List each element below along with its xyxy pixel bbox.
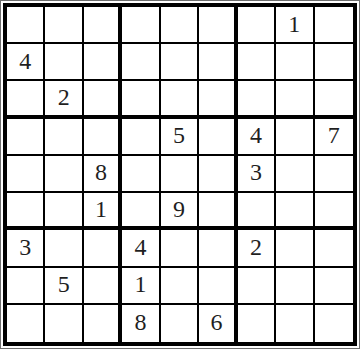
cell-r1c7[interactable] bbox=[238, 7, 276, 44]
cell-r8c9[interactable] bbox=[315, 268, 353, 305]
cell-r3c8[interactable] bbox=[276, 81, 314, 118]
cell-r2c7[interactable] bbox=[238, 44, 276, 81]
cell-r2c4[interactable] bbox=[122, 44, 160, 81]
cell-r6c2[interactable] bbox=[45, 193, 83, 230]
cell-r6c7[interactable] bbox=[238, 193, 276, 230]
cell-r2c9[interactable] bbox=[315, 44, 353, 81]
cell-r2c1-given[interactable]: 4 bbox=[7, 44, 45, 81]
cell-r3c4[interactable] bbox=[122, 81, 160, 118]
cell-r9c4-given[interactable]: 8 bbox=[122, 305, 160, 342]
cell-r2c3[interactable] bbox=[84, 44, 122, 81]
cell-r8c1[interactable] bbox=[7, 268, 45, 305]
cell-r6c1[interactable] bbox=[7, 193, 45, 230]
cell-r9c2[interactable] bbox=[45, 305, 83, 342]
cell-r1c9[interactable] bbox=[315, 7, 353, 44]
cell-r8c2-given[interactable]: 5 bbox=[45, 268, 83, 305]
cell-r2c2[interactable] bbox=[45, 44, 83, 81]
cell-r3c2-given[interactable]: 2 bbox=[45, 81, 83, 118]
cell-r4c6[interactable] bbox=[199, 119, 237, 156]
cell-r5c1[interactable] bbox=[7, 156, 45, 193]
cell-r7c2[interactable] bbox=[45, 230, 83, 267]
cell-r5c8[interactable] bbox=[276, 156, 314, 193]
cell-r4c2[interactable] bbox=[45, 119, 83, 156]
cell-r1c4[interactable] bbox=[122, 7, 160, 44]
cell-r4c3[interactable] bbox=[84, 119, 122, 156]
cell-r3c3[interactable] bbox=[84, 81, 122, 118]
cell-r2c6[interactable] bbox=[199, 44, 237, 81]
cell-r6c5-given[interactable]: 9 bbox=[161, 193, 199, 230]
cell-r5c9[interactable] bbox=[315, 156, 353, 193]
cell-r5c5[interactable] bbox=[161, 156, 199, 193]
cell-r8c7[interactable] bbox=[238, 268, 276, 305]
cell-r4c8[interactable] bbox=[276, 119, 314, 156]
cell-r9c8[interactable] bbox=[276, 305, 314, 342]
cell-r2c8[interactable] bbox=[276, 44, 314, 81]
cell-r1c2[interactable] bbox=[45, 7, 83, 44]
cell-r5c4[interactable] bbox=[122, 156, 160, 193]
cell-r7c5[interactable] bbox=[161, 230, 199, 267]
cell-r6c8[interactable] bbox=[276, 193, 314, 230]
cell-r8c3[interactable] bbox=[84, 268, 122, 305]
cell-r3c1[interactable] bbox=[7, 81, 45, 118]
cell-r8c8[interactable] bbox=[276, 268, 314, 305]
cell-r9c5[interactable] bbox=[161, 305, 199, 342]
cell-r1c8-given[interactable]: 1 bbox=[276, 7, 314, 44]
cell-r6c3-given[interactable]: 1 bbox=[84, 193, 122, 230]
cell-r8c6[interactable] bbox=[199, 268, 237, 305]
cell-r4c1[interactable] bbox=[7, 119, 45, 156]
cell-r3c6[interactable] bbox=[199, 81, 237, 118]
cell-r9c6-given[interactable]: 6 bbox=[199, 305, 237, 342]
cell-r2c5[interactable] bbox=[161, 44, 199, 81]
cell-r5c6[interactable] bbox=[199, 156, 237, 193]
cell-r8c4-given[interactable]: 1 bbox=[122, 268, 160, 305]
cell-r1c5[interactable] bbox=[161, 7, 199, 44]
cell-r9c9[interactable] bbox=[315, 305, 353, 342]
cell-r4c5-given[interactable]: 5 bbox=[161, 119, 199, 156]
cell-r7c1-given[interactable]: 3 bbox=[7, 230, 45, 267]
cell-r1c6[interactable] bbox=[199, 7, 237, 44]
cell-r7c6[interactable] bbox=[199, 230, 237, 267]
cell-r5c7-given[interactable]: 3 bbox=[238, 156, 276, 193]
cell-r6c6[interactable] bbox=[199, 193, 237, 230]
cell-r9c1[interactable] bbox=[7, 305, 45, 342]
cell-r6c4[interactable] bbox=[122, 193, 160, 230]
cell-r3c5[interactable] bbox=[161, 81, 199, 118]
cell-r1c1[interactable] bbox=[7, 7, 45, 44]
cell-r5c2[interactable] bbox=[45, 156, 83, 193]
cell-r3c7[interactable] bbox=[238, 81, 276, 118]
cell-r3c9[interactable] bbox=[315, 81, 353, 118]
sudoku-board: 14254783193425186 bbox=[3, 3, 357, 346]
cell-r5c3-given[interactable]: 8 bbox=[84, 156, 122, 193]
cell-r9c7[interactable] bbox=[238, 305, 276, 342]
image-frame: 14254783193425186 bbox=[0, 0, 360, 349]
cell-r4c9-given[interactable]: 7 bbox=[315, 119, 353, 156]
cell-r9c3[interactable] bbox=[84, 305, 122, 342]
cell-r4c4[interactable] bbox=[122, 119, 160, 156]
cell-r7c7-given[interactable]: 2 bbox=[238, 230, 276, 267]
cell-r7c9[interactable] bbox=[315, 230, 353, 267]
cell-r8c5[interactable] bbox=[161, 268, 199, 305]
cell-r1c3[interactable] bbox=[84, 7, 122, 44]
cell-r7c8[interactable] bbox=[276, 230, 314, 267]
cell-r6c9[interactable] bbox=[315, 193, 353, 230]
cell-r4c7-given[interactable]: 4 bbox=[238, 119, 276, 156]
cell-r7c3[interactable] bbox=[84, 230, 122, 267]
cell-r7c4-given[interactable]: 4 bbox=[122, 230, 160, 267]
